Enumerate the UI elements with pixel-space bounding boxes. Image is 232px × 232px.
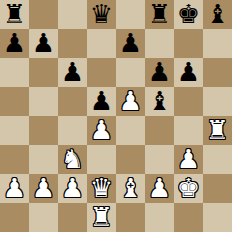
black-rook[interactable]: ♜ [148,0,171,29]
square-e3[interactable] [116,145,145,174]
square-g8[interactable]: ♚ [174,0,203,29]
square-b8[interactable] [29,0,58,29]
square-e2[interactable]: ♝ [116,174,145,203]
square-h8[interactable]: ♝ [203,0,232,29]
black-pawn[interactable]: ♟ [61,58,84,87]
square-f1[interactable] [145,203,174,232]
white-pawn[interactable]: ♟ [177,145,200,174]
square-c7[interactable] [58,29,87,58]
square-d2[interactable]: ♛ [87,174,116,203]
square-c1[interactable] [58,203,87,232]
square-b5[interactable] [29,87,58,116]
square-b7[interactable]: ♟ [29,29,58,58]
square-g5[interactable] [174,87,203,116]
white-pawn[interactable]: ♟ [3,174,26,203]
square-d5[interactable]: ♟ [87,87,116,116]
square-h1[interactable] [203,203,232,232]
black-bishop[interactable]: ♝ [148,87,171,116]
square-b2[interactable]: ♟ [29,174,58,203]
square-b4[interactable] [29,116,58,145]
square-g4[interactable] [174,116,203,145]
square-h6[interactable] [203,58,232,87]
white-rook[interactable]: ♜ [90,203,113,232]
square-f4[interactable] [145,116,174,145]
square-f3[interactable] [145,145,174,174]
square-c4[interactable] [58,116,87,145]
square-h2[interactable] [203,174,232,203]
black-bishop[interactable]: ♝ [206,0,229,29]
square-g6[interactable]: ♟ [174,58,203,87]
square-a8[interactable]: ♜ [0,0,29,29]
white-knight[interactable]: ♞ [61,145,84,174]
white-pawn[interactable]: ♟ [90,116,113,145]
square-a2[interactable]: ♟ [0,174,29,203]
square-e6[interactable] [116,58,145,87]
square-a6[interactable] [0,58,29,87]
square-c8[interactable] [58,0,87,29]
square-e8[interactable] [116,0,145,29]
square-h4[interactable]: ♜ [203,116,232,145]
square-c6[interactable]: ♟ [58,58,87,87]
black-queen[interactable]: ♛ [90,0,113,29]
square-e4[interactable] [116,116,145,145]
white-pawn[interactable]: ♟ [148,174,171,203]
square-d3[interactable] [87,145,116,174]
white-rook[interactable]: ♜ [206,116,229,145]
square-c5[interactable] [58,87,87,116]
square-f8[interactable]: ♜ [145,0,174,29]
square-b6[interactable] [29,58,58,87]
square-a3[interactable] [0,145,29,174]
square-d1[interactable]: ♜ [87,203,116,232]
square-e7[interactable]: ♟ [116,29,145,58]
black-pawn[interactable]: ♟ [3,29,26,58]
white-queen[interactable]: ♛ [90,174,113,203]
black-pawn[interactable]: ♟ [119,29,142,58]
square-d4[interactable]: ♟ [87,116,116,145]
square-f6[interactable]: ♟ [145,58,174,87]
square-b3[interactable] [29,145,58,174]
black-pawn[interactable]: ♟ [32,29,55,58]
square-d6[interactable] [87,58,116,87]
white-pawn[interactable]: ♟ [119,87,142,116]
square-f5[interactable]: ♝ [145,87,174,116]
square-a5[interactable] [0,87,29,116]
square-f2[interactable]: ♟ [145,174,174,203]
square-g3[interactable]: ♟ [174,145,203,174]
square-a1[interactable] [0,203,29,232]
square-e5[interactable]: ♟ [116,87,145,116]
black-pawn[interactable]: ♟ [90,87,113,116]
white-king[interactable]: ♚ [177,174,200,203]
square-g1[interactable] [174,203,203,232]
square-b1[interactable] [29,203,58,232]
square-h5[interactable] [203,87,232,116]
square-h7[interactable] [203,29,232,58]
white-bishop[interactable]: ♝ [119,174,142,203]
white-pawn[interactable]: ♟ [61,174,84,203]
square-a4[interactable] [0,116,29,145]
black-pawn[interactable]: ♟ [148,58,171,87]
square-e1[interactable] [116,203,145,232]
chess-board: ♜♛♜♚♝♟♟♟♟♟♟♟♟♝♟♜♞♟♟♟♟♛♝♟♚♜ [0,0,232,232]
black-rook[interactable]: ♜ [3,0,26,29]
square-f7[interactable] [145,29,174,58]
square-a7[interactable]: ♟ [0,29,29,58]
square-g7[interactable] [174,29,203,58]
white-pawn[interactable]: ♟ [32,174,55,203]
square-g2[interactable]: ♚ [174,174,203,203]
square-c2[interactable]: ♟ [58,174,87,203]
black-king[interactable]: ♚ [177,0,200,29]
square-d8[interactable]: ♛ [87,0,116,29]
square-d7[interactable] [87,29,116,58]
square-c3[interactable]: ♞ [58,145,87,174]
black-pawn[interactable]: ♟ [177,58,200,87]
square-h3[interactable] [203,145,232,174]
